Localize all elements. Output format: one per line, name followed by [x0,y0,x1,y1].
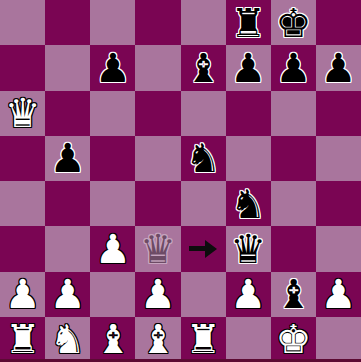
square-d5[interactable] [135,136,180,181]
white-pawn[interactable]: ♟ [321,274,357,314]
square-a7[interactable] [0,45,45,90]
move-arrow-shaft [189,246,205,251]
square-c5[interactable] [90,136,135,181]
square-a1[interactable]: ♜ [0,317,45,362]
square-g3[interactable] [271,226,316,271]
square-a4[interactable] [0,181,45,226]
white-king[interactable]: ♚ [275,319,311,359]
white-pawn[interactable]: ♟ [95,229,131,269]
ghost-black-queen: ♛ [140,229,176,269]
square-f4[interactable]: ♞ [226,181,271,226]
square-g8[interactable]: ♚ [271,0,316,45]
white-pawn[interactable]: ♟ [5,274,41,314]
square-e5[interactable]: ♞ [181,136,226,181]
square-a5[interactable] [0,136,45,181]
square-h7[interactable]: ♟ [316,45,361,90]
square-c7[interactable]: ♟ [90,45,135,90]
black-bishop[interactable]: ♝ [275,274,311,314]
white-rook[interactable]: ♜ [185,319,221,359]
square-h1[interactable] [316,317,361,362]
square-c2[interactable] [90,272,135,317]
square-h6[interactable] [316,91,361,136]
square-h3[interactable] [316,226,361,271]
square-a6[interactable]: ♛ [0,91,45,136]
square-d1[interactable]: ♝ [135,317,180,362]
square-b2[interactable]: ♟ [45,272,90,317]
square-e8[interactable] [181,0,226,45]
square-f7[interactable]: ♟ [226,45,271,90]
square-d3[interactable]: ♛ [135,226,180,271]
square-c8[interactable] [90,0,135,45]
square-a2[interactable]: ♟ [0,272,45,317]
square-f1[interactable] [226,317,271,362]
square-e2[interactable] [181,272,226,317]
square-a3[interactable] [0,226,45,271]
square-e6[interactable] [181,91,226,136]
white-knight[interactable]: ♞ [50,319,86,359]
square-b3[interactable] [45,226,90,271]
square-g1[interactable]: ♚ [271,317,316,362]
square-b6[interactable] [45,91,90,136]
black-rook[interactable]: ♜ [230,3,266,43]
square-g2[interactable]: ♝ [271,272,316,317]
black-pawn[interactable]: ♟ [95,48,131,88]
chess-board-window: ♜♚♟♝♟♟♟♛♟♞♞♟♛♛♟♟♟♟♝♟♜♞♝♝♜♚ [0,0,361,362]
square-g6[interactable] [271,91,316,136]
black-bishop[interactable]: ♝ [185,48,221,88]
square-f3[interactable]: ♛ [226,226,271,271]
square-e4[interactable] [181,181,226,226]
square-b5[interactable]: ♟ [45,136,90,181]
square-e7[interactable]: ♝ [181,45,226,90]
square-c1[interactable]: ♝ [90,317,135,362]
square-g5[interactable] [271,136,316,181]
square-f8[interactable]: ♜ [226,0,271,45]
square-c4[interactable] [90,181,135,226]
square-a8[interactable] [0,0,45,45]
black-pawn[interactable]: ♟ [230,48,266,88]
square-c3[interactable]: ♟ [90,226,135,271]
square-f5[interactable] [226,136,271,181]
square-b4[interactable] [45,181,90,226]
white-pawn[interactable]: ♟ [50,274,86,314]
square-e1[interactable]: ♜ [181,317,226,362]
square-f2[interactable]: ♟ [226,272,271,317]
square-d6[interactable] [135,91,180,136]
square-e3[interactable] [181,226,226,271]
square-d2[interactable]: ♟ [135,272,180,317]
white-bishop[interactable]: ♝ [140,319,176,359]
square-d8[interactable] [135,0,180,45]
square-c6[interactable] [90,91,135,136]
black-king[interactable]: ♚ [275,3,311,43]
square-b7[interactable] [45,45,90,90]
white-queen[interactable]: ♛ [5,93,41,133]
black-pawn[interactable]: ♟ [50,138,86,178]
square-b1[interactable]: ♞ [45,317,90,362]
square-d4[interactable] [135,181,180,226]
black-pawn[interactable]: ♟ [275,48,311,88]
black-queen[interactable]: ♛ [230,229,266,269]
white-bishop[interactable]: ♝ [95,319,131,359]
black-knight[interactable]: ♞ [185,138,221,178]
move-arrow-icon [189,240,217,258]
white-pawn[interactable]: ♟ [230,274,266,314]
white-pawn[interactable]: ♟ [140,274,176,314]
square-h8[interactable] [316,0,361,45]
square-h2[interactable]: ♟ [316,272,361,317]
black-knight[interactable]: ♞ [230,184,266,224]
square-b8[interactable] [45,0,90,45]
white-rook[interactable]: ♜ [5,319,41,359]
chess-board: ♜♚♟♝♟♟♟♛♟♞♞♟♛♛♟♟♟♟♝♟♜♞♝♝♜♚ [0,0,361,362]
square-h5[interactable] [316,136,361,181]
square-g4[interactable] [271,181,316,226]
move-arrow-head [205,240,217,258]
black-pawn[interactable]: ♟ [321,48,357,88]
square-f6[interactable] [226,91,271,136]
square-d7[interactable] [135,45,180,90]
square-h4[interactable] [316,181,361,226]
square-g7[interactable]: ♟ [271,45,316,90]
